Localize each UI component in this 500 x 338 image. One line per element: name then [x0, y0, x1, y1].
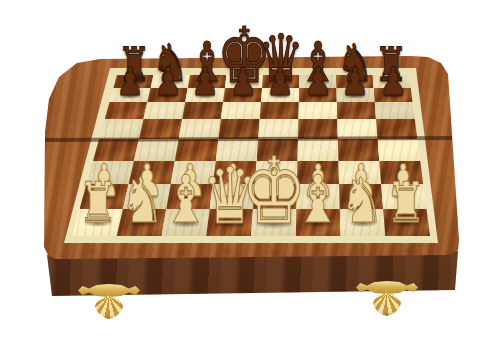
piece-white-rook[interactable]: ♜: [78, 175, 118, 231]
brass-clasp-left: [78, 284, 140, 320]
piece-black-pawn[interactable]: ♟: [304, 62, 332, 101]
pieces-layer: ♜♞♝♚♛♝♞♜♟♟♟♟♟♟♟♟♟♟♟♟♟♟♟♟♜♞♝♛♚♝♞♜: [0, 0, 500, 338]
clasp-fan: [373, 291, 401, 316]
piece-black-pawn[interactable]: ♟: [229, 62, 257, 101]
piece-white-bishop[interactable]: ♝: [294, 166, 341, 232]
clasp-fan: [95, 294, 123, 319]
chess-set-photo: ♜♞♝♚♛♝♞♜♟♟♟♟♟♟♟♟♟♟♟♟♟♟♟♟♜♞♝♛♚♝♞♜: [0, 0, 500, 338]
piece-white-knight[interactable]: ♞: [120, 170, 165, 232]
piece-white-knight[interactable]: ♞: [340, 170, 385, 232]
piece-black-pawn[interactable]: ♟: [154, 62, 182, 101]
piece-black-pawn[interactable]: ♟: [266, 62, 294, 101]
piece-black-pawn[interactable]: ♟: [191, 62, 219, 101]
piece-black-pawn[interactable]: ♟: [379, 62, 407, 101]
piece-black-pawn[interactable]: ♟: [341, 62, 369, 101]
brass-clasp-right: [356, 281, 418, 317]
piece-white-rook[interactable]: ♜: [386, 175, 426, 231]
piece-black-pawn[interactable]: ♟: [116, 62, 144, 101]
